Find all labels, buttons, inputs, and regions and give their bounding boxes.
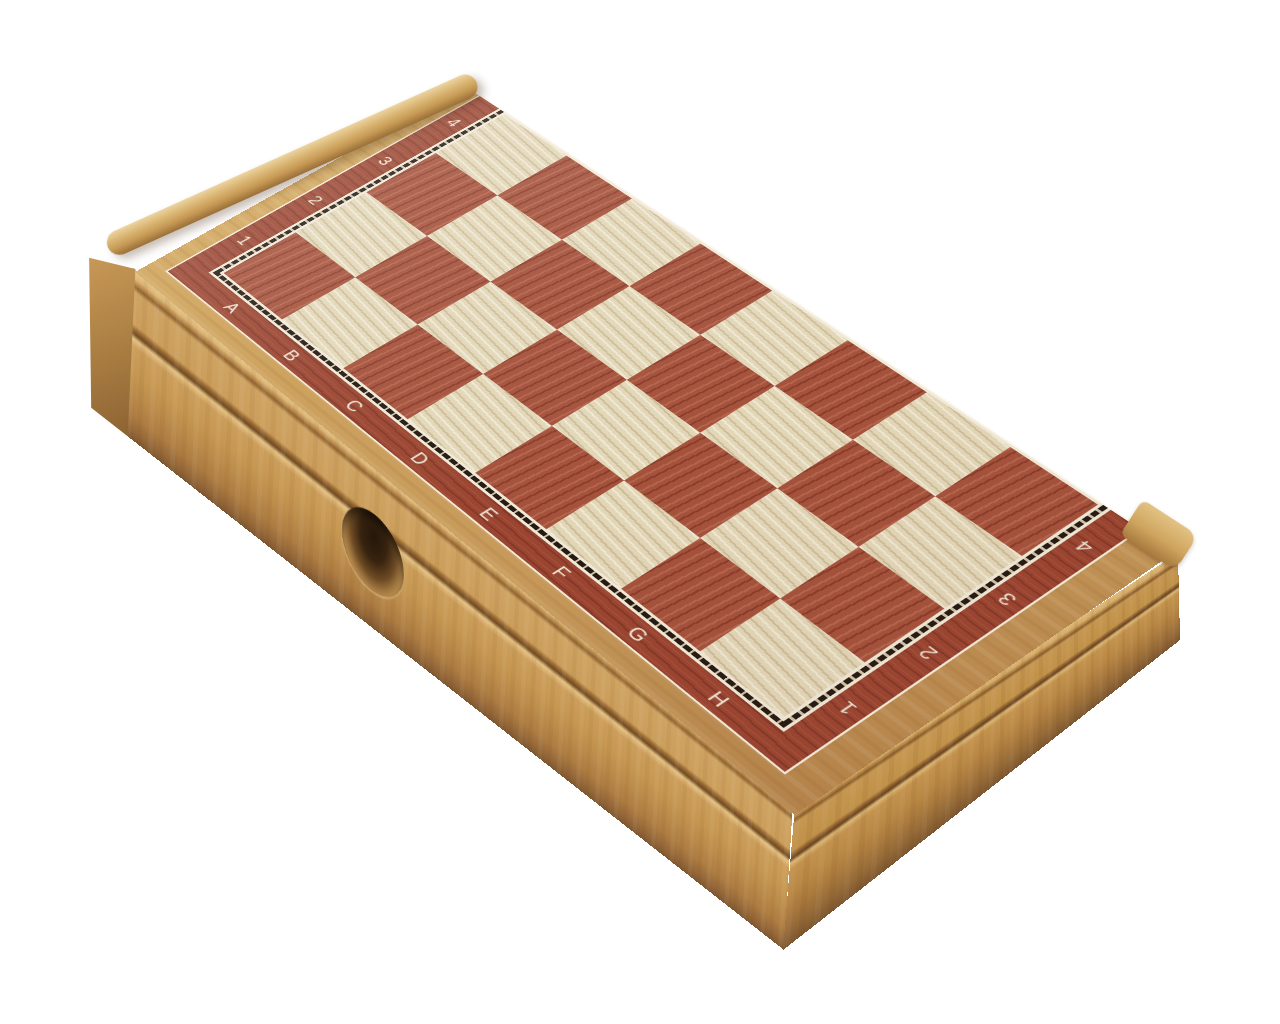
finger-notch <box>340 490 406 614</box>
file-label-g: G <box>622 622 654 645</box>
file-label-h: H <box>702 687 735 710</box>
rank-label-left-4: 4 <box>442 116 465 130</box>
rank-label-right-3: 3 <box>993 589 1022 609</box>
rank-label-left-1: 1 <box>232 233 256 248</box>
file-label-e: E <box>474 504 503 524</box>
rank-label-left-2: 2 <box>303 193 327 208</box>
folded-chess-box-photo: ABCDEFGH 4321 4321 <box>0 0 1280 1024</box>
file-label-d: D <box>405 449 434 469</box>
rank-label-right-1: 1 <box>833 698 863 719</box>
rank-label-left-3: 3 <box>373 154 397 168</box>
file-label-c: C <box>340 396 368 415</box>
file-label-a: A <box>219 299 245 316</box>
rank-label-right-4: 4 <box>1070 537 1099 557</box>
file-label-f: F <box>547 562 576 582</box>
rank-label-right-2: 2 <box>914 643 944 664</box>
file-label-b: B <box>279 347 306 364</box>
